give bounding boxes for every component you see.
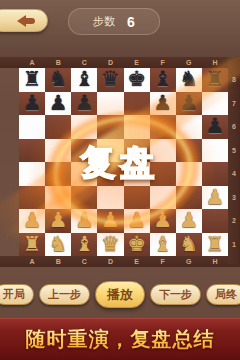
black-knight: ♞ — [49, 68, 68, 91]
square-h6[interactable]: ♟ — [202, 115, 228, 139]
previous-step-button[interactable]: 上一步 — [39, 284, 90, 305]
back-button[interactable] — [0, 9, 48, 32]
white-pawn: ♟ — [101, 209, 120, 232]
square-c7[interactable]: ♟ — [71, 92, 97, 116]
rank-label-2: 2 — [228, 209, 240, 233]
square-e6[interactable] — [124, 115, 150, 139]
square-b8[interactable]: ♞ — [45, 68, 71, 92]
square-h1[interactable]: ♜ — [202, 233, 228, 257]
square-h8[interactable]: ♜ — [202, 68, 228, 92]
square-f8[interactable]: ♝ — [150, 68, 176, 92]
file-label-f: F — [150, 57, 176, 68]
promo-banner: 随时重演，复盘总结 — [0, 318, 240, 360]
file-label-a: A — [19, 256, 45, 267]
square-d3[interactable] — [97, 186, 123, 210]
square-a2[interactable]: ♟ — [19, 209, 45, 233]
steps-value: 6 — [127, 14, 135, 30]
file-label-b: B — [45, 256, 71, 267]
square-h2[interactable] — [202, 209, 228, 233]
file-label-a: A — [19, 57, 45, 68]
file-label-g: G — [176, 256, 202, 267]
file-label-h: H — [202, 57, 228, 68]
white-pawn: ♟ — [153, 209, 172, 232]
file-label-f: F — [150, 256, 176, 267]
black-bishop: ♝ — [75, 68, 94, 91]
square-a8[interactable]: ♜ — [19, 68, 45, 92]
playback-controls: 开局 上一步 播放 下一步 局终 — [0, 277, 240, 311]
white-pawn: ♟ — [206, 186, 225, 209]
chess-replay-screen: 步数 6 ABCDEFGH ABCDEFGH 87654321 ♜♞♝♛♚♝♞♜… — [0, 0, 240, 360]
black-pawn: ♟ — [179, 92, 198, 115]
square-d7[interactable] — [97, 92, 123, 116]
black-king: ♚ — [127, 68, 146, 91]
file-label-g: G — [176, 57, 202, 68]
white-pawn: ♟ — [49, 209, 68, 232]
file-label-d: D — [97, 256, 123, 267]
white-rook: ♜ — [23, 233, 42, 256]
white-pawn: ♟ — [75, 209, 94, 232]
square-g8[interactable]: ♞ — [176, 68, 202, 92]
white-queen: ♛ — [101, 233, 120, 256]
square-b3[interactable] — [45, 186, 71, 210]
square-c8[interactable]: ♝ — [71, 68, 97, 92]
white-king: ♚ — [127, 233, 146, 256]
white-rook: ♜ — [206, 233, 225, 256]
black-bishop: ♝ — [153, 68, 172, 91]
rank-label-6: 6 — [228, 115, 240, 139]
square-g3[interactable] — [176, 186, 202, 210]
square-a7[interactable]: ♟ — [19, 92, 45, 116]
white-knight: ♞ — [179, 233, 198, 256]
top-bar: 步数 6 — [0, 0, 240, 57]
square-c3[interactable] — [71, 186, 97, 210]
square-f6[interactable] — [150, 115, 176, 139]
square-e1[interactable]: ♚ — [124, 233, 150, 257]
rank-label-8: 8 — [228, 68, 240, 92]
square-b6[interactable] — [45, 115, 71, 139]
white-bishop: ♝ — [75, 233, 94, 256]
white-bishop: ♝ — [153, 233, 172, 256]
file-label-e: E — [124, 256, 150, 267]
square-f7[interactable]: ♟ — [150, 92, 176, 116]
square-g1[interactable]: ♞ — [176, 233, 202, 257]
square-e8[interactable]: ♚ — [124, 68, 150, 92]
rank-label-1: 1 — [228, 233, 240, 257]
black-pawn: ♟ — [75, 92, 94, 115]
rank-label-7: 7 — [228, 92, 240, 116]
square-g7[interactable]: ♟ — [176, 92, 202, 116]
file-label-c: C — [71, 57, 97, 68]
replay-overlay-title: 复盘 — [0, 140, 240, 186]
black-knight: ♞ — [179, 68, 198, 91]
white-pawn: ♟ — [127, 209, 146, 232]
square-d1[interactable]: ♛ — [97, 233, 123, 257]
file-labels-top: ABCDEFGH — [19, 57, 228, 68]
end-button[interactable]: 局终 — [206, 284, 240, 305]
black-pawn: ♟ — [153, 92, 172, 115]
black-pawn: ♟ — [206, 115, 225, 138]
square-d6[interactable] — [97, 115, 123, 139]
square-d8[interactable]: ♛ — [97, 68, 123, 92]
square-g2[interactable]: ♟ — [176, 209, 202, 233]
square-a6[interactable] — [19, 115, 45, 139]
steps-counter: 步数 6 — [68, 8, 160, 35]
square-c2[interactable]: ♟ — [71, 209, 97, 233]
white-pawn: ♟ — [23, 209, 42, 232]
black-rook: ♜ — [206, 68, 225, 91]
square-b2[interactable]: ♟ — [45, 209, 71, 233]
square-f3[interactable] — [150, 186, 176, 210]
square-b7[interactable]: ♟ — [45, 92, 71, 116]
steps-label: 步数 — [93, 14, 115, 29]
square-f2[interactable]: ♟ — [150, 209, 176, 233]
file-label-b: B — [45, 57, 71, 68]
file-label-e: E — [124, 57, 150, 68]
black-pawn: ♟ — [49, 92, 68, 115]
file-label-h: H — [202, 256, 228, 267]
square-e2[interactable]: ♟ — [124, 209, 150, 233]
black-queen: ♛ — [101, 68, 120, 91]
back-arrow-icon — [17, 15, 35, 27]
square-c6[interactable] — [71, 115, 97, 139]
square-g6[interactable] — [176, 115, 202, 139]
square-d2[interactable]: ♟ — [97, 209, 123, 233]
square-c1[interactable]: ♝ — [71, 233, 97, 257]
promo-banner-text: 随时重演，复盘总结 — [26, 326, 215, 353]
rank-label-3: 3 — [228, 186, 240, 210]
square-e7[interactable] — [124, 92, 150, 116]
square-e3[interactable] — [124, 186, 150, 210]
play-button[interactable]: 播放 — [95, 281, 145, 308]
file-label-c: C — [71, 256, 97, 267]
next-step-button[interactable]: 下一步 — [150, 284, 201, 305]
file-labels-bottom: ABCDEFGH — [19, 256, 228, 267]
square-a1[interactable]: ♜ — [19, 233, 45, 257]
white-knight: ♞ — [49, 233, 68, 256]
file-label-d: D — [97, 57, 123, 68]
square-b1[interactable]: ♞ — [45, 233, 71, 257]
black-pawn: ♟ — [23, 92, 42, 115]
black-rook: ♜ — [23, 68, 42, 91]
white-pawn: ♟ — [179, 209, 198, 232]
start-button[interactable]: 开局 — [0, 284, 34, 305]
square-h3[interactable]: ♟ — [202, 186, 228, 210]
square-h7[interactable] — [202, 92, 228, 116]
square-a3[interactable] — [19, 186, 45, 210]
square-f1[interactable]: ♝ — [150, 233, 176, 257]
